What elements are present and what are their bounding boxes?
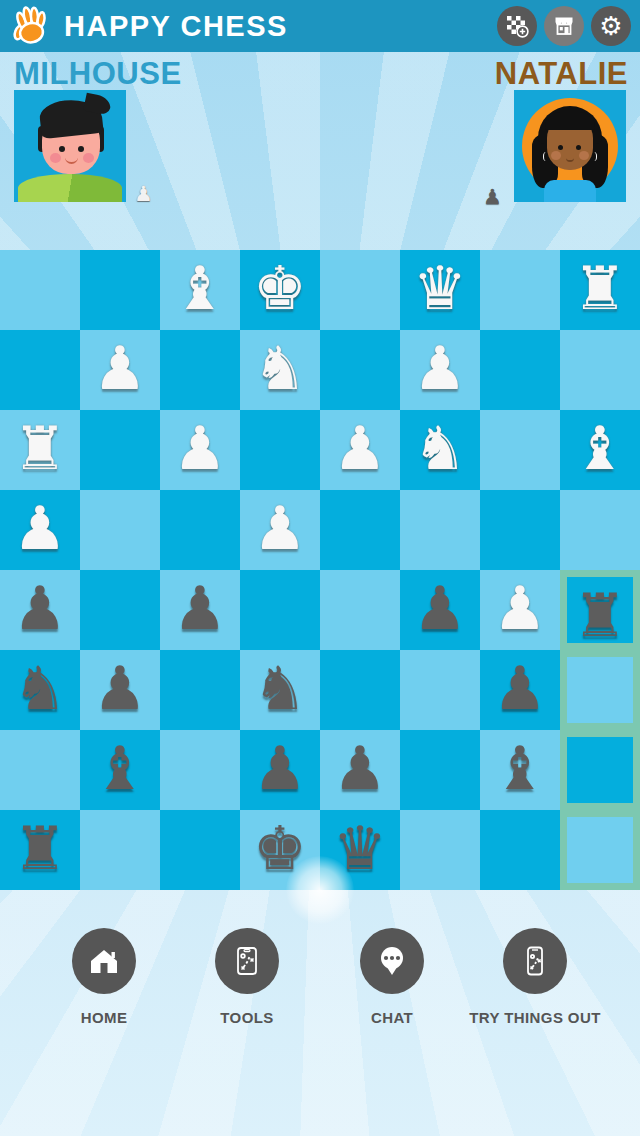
black-pawn: ♟ bbox=[320, 730, 400, 806]
square-b4[interactable] bbox=[480, 490, 560, 570]
avatar-blush bbox=[50, 153, 61, 163]
chess-board: ♝♚♛♜♟♞♟♜♟♟♞♝♟♟♟♟♟♟♜♞♟♞♟♝♟♟♝♜♚♛ bbox=[0, 250, 640, 890]
white-pawn: ♟ bbox=[320, 410, 400, 486]
nav-home-label: HOME bbox=[29, 1009, 179, 1026]
nav-chat-label: CHAT bbox=[317, 1009, 467, 1026]
square-f2[interactable] bbox=[160, 330, 240, 410]
white-pawn: ♟ bbox=[80, 330, 160, 406]
avatar-blush bbox=[551, 151, 561, 160]
square-f6[interactable] bbox=[160, 650, 240, 730]
square-c5[interactable]: ♟ bbox=[400, 570, 480, 650]
chat-bubble-icon bbox=[375, 944, 409, 978]
square-f4[interactable] bbox=[160, 490, 240, 570]
square-d5[interactable] bbox=[320, 570, 400, 650]
white-knight: ♞ bbox=[240, 330, 320, 406]
avatar-eye bbox=[78, 146, 84, 152]
avatar-hair bbox=[38, 97, 103, 139]
square-a3[interactable]: ♝ bbox=[560, 410, 640, 490]
square-e5[interactable] bbox=[240, 570, 320, 650]
square-c2[interactable]: ♟ bbox=[400, 330, 480, 410]
app-header: HAPPY CHESS bbox=[0, 0, 640, 52]
square-f7[interactable] bbox=[160, 730, 240, 810]
black-pawn: ♟ bbox=[80, 650, 160, 726]
black-bishop: ♝ bbox=[480, 730, 560, 806]
square-e4[interactable]: ♟ bbox=[240, 490, 320, 570]
square-d4[interactable] bbox=[320, 490, 400, 570]
square-d6[interactable] bbox=[320, 650, 400, 730]
square-b5[interactable]: ♟ bbox=[480, 570, 560, 650]
square-h1[interactable] bbox=[0, 250, 80, 330]
white-pawn: ♟ bbox=[0, 490, 80, 566]
black-knight: ♞ bbox=[240, 650, 320, 726]
checkerboard-plus-icon bbox=[504, 13, 530, 39]
white-rook: ♜ bbox=[0, 410, 80, 486]
captured-black-pawn-icon: ♟ bbox=[483, 187, 502, 208]
square-g5[interactable] bbox=[80, 570, 160, 650]
header-actions: ⚙ bbox=[497, 6, 631, 46]
avatar-earring bbox=[543, 152, 549, 161]
black-pawn: ♟ bbox=[240, 730, 320, 806]
white-pawn: ♟ bbox=[160, 410, 240, 486]
square-b6[interactable]: ♟ bbox=[480, 650, 560, 730]
avatar-blush bbox=[579, 151, 589, 160]
square-f3[interactable]: ♟ bbox=[160, 410, 240, 490]
square-d7[interactable]: ♟ bbox=[320, 730, 400, 810]
avatar-shirt bbox=[544, 180, 596, 202]
square-b7[interactable]: ♝ bbox=[480, 730, 560, 810]
avatar-natalie[interactable] bbox=[514, 90, 626, 202]
square-h5[interactable]: ♟ bbox=[0, 570, 80, 650]
square-a8[interactable] bbox=[560, 810, 640, 890]
avatar-hair bbox=[545, 112, 595, 130]
nav-home-circle bbox=[72, 928, 136, 994]
square-f8[interactable] bbox=[160, 810, 240, 890]
black-pawn: ♟ bbox=[400, 570, 480, 646]
square-c7[interactable] bbox=[400, 730, 480, 810]
square-d1[interactable] bbox=[320, 250, 400, 330]
square-e1[interactable]: ♚ bbox=[240, 250, 320, 330]
square-g1[interactable] bbox=[80, 250, 160, 330]
player-name-milhouse: MILHOUSE bbox=[14, 56, 182, 92]
square-d3[interactable]: ♟ bbox=[320, 410, 400, 490]
player-name-natalie: NATALIE bbox=[495, 56, 628, 92]
happy-chess-screen: HAPPY CHESS bbox=[0, 0, 640, 1136]
nav-home[interactable]: HOME bbox=[29, 928, 179, 1026]
white-pawn: ♟ bbox=[240, 490, 320, 566]
square-c1[interactable]: ♛ bbox=[400, 250, 480, 330]
nav-tools-label: TOOLS bbox=[172, 1009, 322, 1026]
square-a7[interactable] bbox=[560, 730, 640, 810]
white-bishop: ♝ bbox=[160, 250, 240, 326]
phone-tactics-icon bbox=[518, 944, 552, 978]
bottom-nav: HOME TOOLS bbox=[0, 890, 640, 1136]
square-g3[interactable] bbox=[80, 410, 160, 490]
nav-try-circle bbox=[503, 928, 567, 994]
square-g2[interactable]: ♟ bbox=[80, 330, 160, 410]
square-e6[interactable]: ♞ bbox=[240, 650, 320, 730]
square-c3[interactable]: ♞ bbox=[400, 410, 480, 490]
square-h2[interactable] bbox=[0, 330, 80, 410]
nav-tools-circle bbox=[215, 928, 279, 994]
shop-button[interactable] bbox=[544, 6, 584, 46]
app-title: HAPPY CHESS bbox=[64, 10, 497, 43]
nav-try-label: TRY THINGS OUT bbox=[460, 1009, 610, 1026]
avatar-blush bbox=[83, 153, 94, 163]
white-king: ♚ bbox=[240, 250, 320, 326]
square-c4[interactable] bbox=[400, 490, 480, 570]
square-f5[interactable]: ♟ bbox=[160, 570, 240, 650]
captured-white-pawn-icon: ♟ bbox=[134, 184, 153, 205]
square-h3[interactable]: ♜ bbox=[0, 410, 80, 490]
home-icon bbox=[87, 944, 121, 978]
black-bishop: ♝ bbox=[80, 730, 160, 806]
white-queen: ♛ bbox=[400, 250, 480, 326]
storefront-icon bbox=[551, 13, 577, 39]
square-a4[interactable] bbox=[560, 490, 640, 570]
nav-tools[interactable]: TOOLS bbox=[172, 928, 322, 1026]
square-c8[interactable] bbox=[400, 810, 480, 890]
square-g6[interactable]: ♟ bbox=[80, 650, 160, 730]
black-pawn: ♟ bbox=[160, 570, 240, 646]
avatar-eye bbox=[558, 145, 563, 150]
square-b1[interactable] bbox=[480, 250, 560, 330]
black-rook: ♜ bbox=[567, 577, 633, 653]
new-game-button[interactable] bbox=[497, 6, 537, 46]
avatar-shirt bbox=[18, 174, 122, 202]
white-knight: ♞ bbox=[400, 410, 480, 486]
white-pawn: ♟ bbox=[400, 330, 480, 406]
square-g8[interactable] bbox=[80, 810, 160, 890]
nav-chat-circle bbox=[360, 928, 424, 994]
square-c6[interactable] bbox=[400, 650, 480, 730]
settings-button[interactable]: ⚙ bbox=[591, 6, 631, 46]
avatar-milhouse[interactable] bbox=[14, 90, 126, 202]
black-rook: ♜ bbox=[0, 810, 80, 886]
square-h6[interactable]: ♞ bbox=[0, 650, 80, 730]
square-b3[interactable] bbox=[480, 410, 560, 490]
avatar-earring bbox=[591, 152, 597, 161]
square-h4[interactable]: ♟ bbox=[0, 490, 80, 570]
gear-icon: ⚙ bbox=[599, 13, 622, 39]
white-bishop: ♝ bbox=[560, 410, 640, 486]
square-e7[interactable]: ♟ bbox=[240, 730, 320, 810]
avatar-eye bbox=[576, 145, 581, 150]
white-rook: ♜ bbox=[560, 250, 640, 326]
square-h8[interactable]: ♜ bbox=[0, 810, 80, 890]
avatar-eye bbox=[59, 146, 65, 152]
square-h7[interactable] bbox=[0, 730, 80, 810]
hand-logo-icon bbox=[8, 3, 54, 49]
square-g7[interactable]: ♝ bbox=[80, 730, 160, 810]
square-g4[interactable] bbox=[80, 490, 160, 570]
square-a5[interactable]: ♜ bbox=[560, 570, 640, 650]
nav-chat[interactable]: CHAT bbox=[317, 928, 467, 1026]
tactics-board-icon bbox=[230, 944, 264, 978]
square-a2[interactable] bbox=[560, 330, 640, 410]
nav-try-things-out[interactable]: TRY THINGS OUT bbox=[460, 928, 610, 1026]
white-pawn: ♟ bbox=[480, 570, 560, 646]
square-b8[interactable] bbox=[480, 810, 560, 890]
square-d2[interactable] bbox=[320, 330, 400, 410]
square-f1[interactable]: ♝ bbox=[160, 250, 240, 330]
square-a1[interactable]: ♜ bbox=[560, 250, 640, 330]
black-pawn: ♟ bbox=[0, 570, 80, 646]
square-b2[interactable] bbox=[480, 330, 560, 410]
black-pawn: ♟ bbox=[480, 650, 560, 726]
square-e2[interactable]: ♞ bbox=[240, 330, 320, 410]
square-a6[interactable] bbox=[560, 650, 640, 730]
black-knight: ♞ bbox=[0, 650, 80, 726]
square-e3[interactable] bbox=[240, 410, 320, 490]
